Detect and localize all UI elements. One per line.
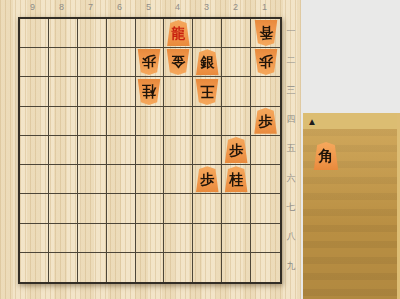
file-label: 9 <box>18 1 47 14</box>
board-square[interactable] <box>164 77 193 106</box>
board-square[interactable] <box>78 48 107 77</box>
board-square[interactable] <box>20 107 49 136</box>
board-square[interactable] <box>49 136 78 165</box>
board-square[interactable] <box>164 194 193 223</box>
rank-label: 四 <box>283 105 299 134</box>
board-square[interactable] <box>136 19 165 48</box>
file-label: 2 <box>221 1 250 14</box>
board-square[interactable] <box>136 165 165 194</box>
file-label: 8 <box>47 1 76 14</box>
board-square[interactable] <box>136 194 165 223</box>
board-square[interactable] <box>251 194 280 223</box>
board-square[interactable] <box>164 136 193 165</box>
board-square[interactable] <box>107 136 136 165</box>
shogi-piece-gote[interactable]: 桂 <box>137 79 161 105</box>
board-square[interactable] <box>164 253 193 282</box>
board-square[interactable] <box>78 224 107 253</box>
board-square[interactable] <box>136 224 165 253</box>
board-square[interactable]: 歩 <box>222 136 251 165</box>
shogi-piece-gote[interactable]: 金 <box>166 49 190 75</box>
shogi-piece-sente[interactable]: 桂 <box>224 166 248 192</box>
board-square[interactable] <box>251 77 280 106</box>
board-square[interactable] <box>222 48 251 77</box>
board-square[interactable] <box>78 253 107 282</box>
board-square[interactable] <box>251 165 280 194</box>
rank-label: 九 <box>283 252 299 281</box>
board-square[interactable] <box>193 136 222 165</box>
rank-label: 三 <box>283 76 299 105</box>
board-square[interactable] <box>193 19 222 48</box>
board-square[interactable] <box>20 165 49 194</box>
board-square[interactable] <box>193 253 222 282</box>
board-square[interactable] <box>49 165 78 194</box>
board-square[interactable] <box>107 48 136 77</box>
board-square[interactable] <box>107 253 136 282</box>
file-label: 3 <box>192 1 221 14</box>
board-square[interactable] <box>20 19 49 48</box>
komadai-header: ▲ <box>303 113 400 129</box>
shogi-piece-gote[interactable]: 香 <box>254 20 278 46</box>
board-square[interactable] <box>251 136 280 165</box>
board-square[interactable] <box>78 136 107 165</box>
board-square[interactable] <box>193 224 222 253</box>
board-square[interactable] <box>193 194 222 223</box>
board-square[interactable] <box>164 224 193 253</box>
board-square[interactable] <box>222 194 251 223</box>
board-square[interactable] <box>107 224 136 253</box>
board-square[interactable] <box>164 165 193 194</box>
board-square[interactable] <box>49 19 78 48</box>
board-square[interactable] <box>20 48 49 77</box>
rank-labels: 一二三四五六七八九 <box>283 17 299 281</box>
board-square[interactable] <box>107 107 136 136</box>
shogi-piece-sente[interactable]: 銀 <box>195 49 219 75</box>
board-square[interactable] <box>78 77 107 106</box>
board-square[interactable] <box>222 253 251 282</box>
hand-piece[interactable]: 角 <box>313 142 339 170</box>
rank-label: 五 <box>283 134 299 163</box>
board-square[interactable]: 歩 <box>136 48 165 77</box>
board-square[interactable] <box>49 224 78 253</box>
board-square[interactable]: 龍 <box>164 19 193 48</box>
shogi-app: 987654321 一二三四五六七八九 龍香歩金銀歩桂王歩歩歩桂 ▲ 角 <box>0 0 400 299</box>
board-square[interactable]: 銀 <box>193 48 222 77</box>
file-labels: 987654321 <box>18 1 279 14</box>
board-square[interactable] <box>222 77 251 106</box>
hand-pieces: 角 <box>313 142 339 170</box>
board-square[interactable]: 桂 <box>136 77 165 106</box>
board-square[interactable] <box>49 48 78 77</box>
shogi-piece-sente[interactable]: 歩 <box>224 137 248 163</box>
file-label: 1 <box>250 1 279 14</box>
board-square[interactable] <box>78 194 107 223</box>
board-square[interactable] <box>107 19 136 48</box>
board-square[interactable]: 歩 <box>251 107 280 136</box>
board-square[interactable] <box>164 107 193 136</box>
board-square[interactable] <box>20 194 49 223</box>
board-square[interactable]: 王 <box>193 77 222 106</box>
shogi-piece-gote[interactable]: 歩 <box>137 49 161 75</box>
shogi-piece-sente[interactable]: 龍 <box>166 20 190 46</box>
board-panel: 987654321 一二三四五六七八九 龍香歩金銀歩桂王歩歩歩桂 <box>0 0 301 299</box>
board-square[interactable]: 香 <box>251 19 280 48</box>
board-square[interactable] <box>78 107 107 136</box>
shogi-piece-gote[interactable]: 王 <box>195 79 219 105</box>
board-square[interactable] <box>107 194 136 223</box>
board-square[interactable] <box>49 253 78 282</box>
board-square[interactable] <box>251 224 280 253</box>
rank-label: 七 <box>283 193 299 222</box>
shogi-board: 龍香歩金銀歩桂王歩歩歩桂 <box>18 17 282 284</box>
board-square[interactable] <box>136 107 165 136</box>
file-label: 5 <box>134 1 163 14</box>
board-square[interactable] <box>49 107 78 136</box>
rank-label: 八 <box>283 222 299 251</box>
board-square[interactable] <box>193 107 222 136</box>
board-square[interactable] <box>222 107 251 136</box>
file-label: 4 <box>163 1 192 14</box>
board-square[interactable] <box>49 77 78 106</box>
shogi-piece-sente[interactable]: 歩 <box>195 166 219 192</box>
board-square[interactable]: 金 <box>164 48 193 77</box>
board-square[interactable] <box>107 165 136 194</box>
board-square[interactable] <box>20 224 49 253</box>
file-label: 7 <box>76 1 105 14</box>
board-square[interactable] <box>107 77 136 106</box>
board-square[interactable]: 歩 <box>193 165 222 194</box>
shogi-piece-gote[interactable]: 歩 <box>254 49 278 75</box>
board-square[interactable]: 桂 <box>222 165 251 194</box>
board-square[interactable] <box>20 253 49 282</box>
board-square[interactable] <box>78 165 107 194</box>
board-square[interactable] <box>78 19 107 48</box>
board-square[interactable] <box>20 77 49 106</box>
board-square[interactable] <box>222 224 251 253</box>
board-square[interactable] <box>222 19 251 48</box>
board-square[interactable]: 歩 <box>251 48 280 77</box>
rank-label: 一 <box>283 17 299 46</box>
board-square[interactable] <box>20 136 49 165</box>
board-square[interactable] <box>136 253 165 282</box>
rank-label: 六 <box>283 164 299 193</box>
board-square[interactable] <box>49 194 78 223</box>
shogi-piece-sente[interactable]: 歩 <box>254 108 278 134</box>
board-square[interactable] <box>136 136 165 165</box>
rank-label: 二 <box>283 46 299 75</box>
sente-marker: ▲ <box>307 116 317 127</box>
board-square[interactable] <box>251 253 280 282</box>
file-label: 6 <box>105 1 134 14</box>
komadai: ▲ 角 <box>303 113 400 299</box>
